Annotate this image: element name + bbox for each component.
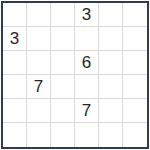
empty-cell-r2c1[interactable]	[27, 51, 51, 75]
empty-cell-r2c5[interactable]	[123, 51, 147, 75]
empty-cell-r2c4[interactable]	[99, 51, 123, 75]
empty-cell-r5c5[interactable]	[123, 123, 147, 147]
clue-cell-r1c0: 3	[3, 27, 27, 51]
puzzle-board: 33677	[1, 1, 149, 149]
empty-cell-r0c2[interactable]	[51, 3, 75, 27]
empty-cell-r3c2[interactable]	[51, 75, 75, 99]
puzzle-page: 33677	[0, 0, 150, 150]
empty-cell-r3c5[interactable]	[123, 75, 147, 99]
empty-cell-r4c4[interactable]	[99, 99, 123, 123]
empty-cell-r2c0[interactable]	[3, 51, 27, 75]
empty-cell-r3c0[interactable]	[3, 75, 27, 99]
empty-cell-r1c5[interactable]	[123, 27, 147, 51]
empty-cell-r1c2[interactable]	[51, 27, 75, 51]
empty-cell-r0c5[interactable]	[123, 3, 147, 27]
empty-cell-r0c4[interactable]	[99, 3, 123, 27]
empty-cell-r1c4[interactable]	[99, 27, 123, 51]
empty-cell-r4c5[interactable]	[123, 99, 147, 123]
clue-cell-r0c3: 3	[75, 3, 99, 27]
empty-cell-r5c2[interactable]	[51, 123, 75, 147]
empty-cell-r5c0[interactable]	[3, 123, 27, 147]
empty-cell-r5c1[interactable]	[27, 123, 51, 147]
empty-cell-r0c1[interactable]	[27, 3, 51, 27]
empty-cell-r4c1[interactable]	[27, 99, 51, 123]
clue-cell-r4c3: 7	[75, 99, 99, 123]
empty-cell-r5c4[interactable]	[99, 123, 123, 147]
empty-cell-r1c1[interactable]	[27, 27, 51, 51]
clue-cell-r3c1: 7	[27, 75, 51, 99]
empty-cell-r3c3[interactable]	[75, 75, 99, 99]
clue-cell-r2c3: 6	[75, 51, 99, 75]
empty-cell-r2c2[interactable]	[51, 51, 75, 75]
empty-cell-r4c0[interactable]	[3, 99, 27, 123]
empty-cell-r5c3[interactable]	[75, 123, 99, 147]
empty-cell-r1c3[interactable]	[75, 27, 99, 51]
empty-cell-r4c2[interactable]	[51, 99, 75, 123]
empty-cell-r3c4[interactable]	[99, 75, 123, 99]
empty-cell-r0c0[interactable]	[3, 3, 27, 27]
